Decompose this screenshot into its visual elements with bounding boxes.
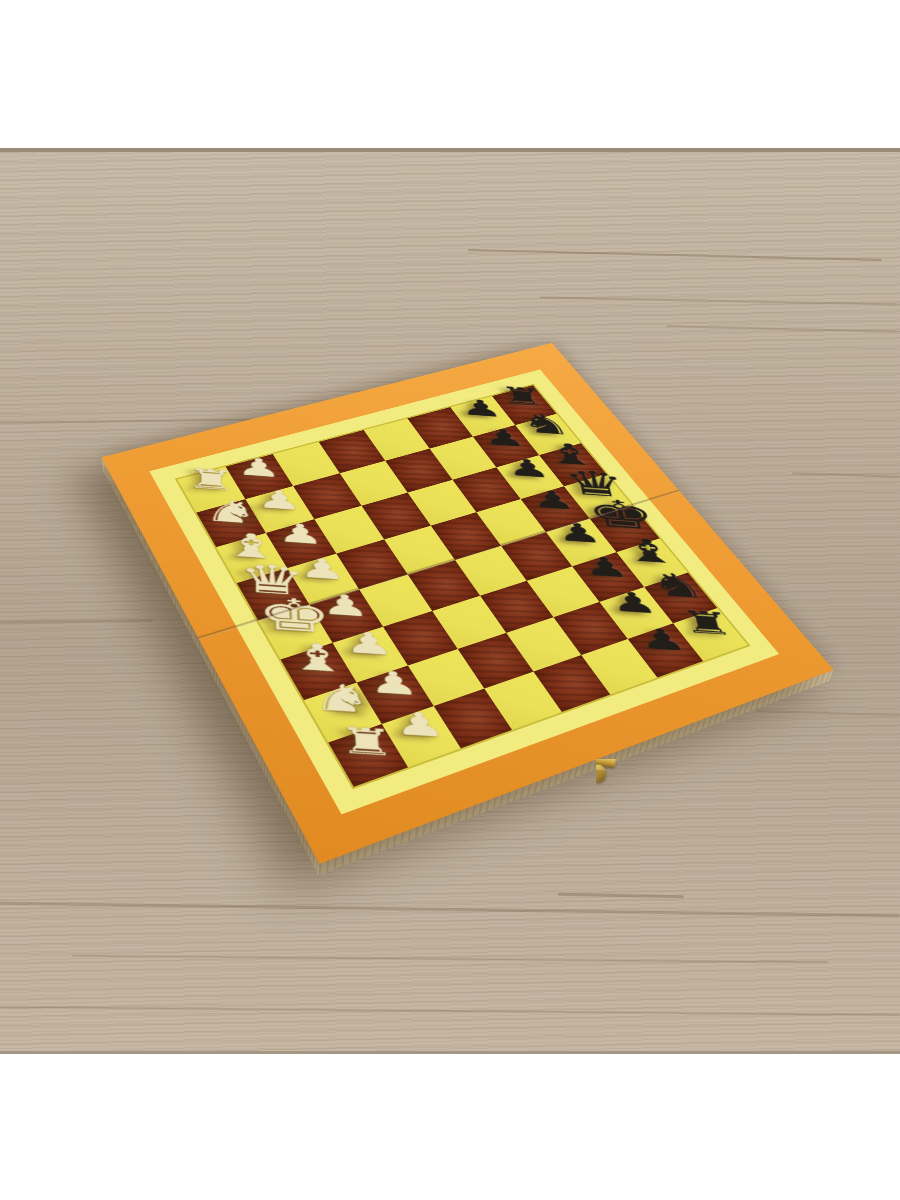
- square-g1: ♞: [304, 683, 382, 743]
- square-h3: [434, 689, 512, 749]
- square-g6: [553, 602, 627, 655]
- table-surface: ♜♞♝♛♚♝♞♜♟♟♟♟♟♟♟♟♟♟♟♟♟♟♟♟♜♞♝♛♚♝♞♜: [0, 148, 900, 1054]
- square-e1: ♚: [258, 605, 332, 660]
- square-h5: [533, 655, 610, 712]
- square-h2: ♟: [382, 706, 461, 767]
- chess-board: ♜♞♝♛♚♝♞♜♟♟♟♟♟♟♟♟♟♟♟♟♟♟♟♟♜♞♝♛♚♝♞♜: [101, 343, 833, 864]
- product-photo: ♜♞♝♛♚♝♞♜♟♟♟♟♟♟♟♟♟♟♟♟♟♟♟♟♜♞♝♛♚♝♞♜: [0, 0, 900, 1200]
- square-f5: [480, 581, 553, 633]
- square-d1: ♛: [237, 568, 310, 620]
- square-f3: [383, 611, 458, 666]
- square-f2: ♟: [333, 627, 408, 683]
- square-h1: ♜: [328, 724, 408, 787]
- square-h6: [581, 639, 657, 695]
- square-h8: ♜: [673, 608, 748, 661]
- square-g5: [506, 617, 581, 671]
- square-g7: ♟: [599, 587, 673, 639]
- square-h7: ♟: [628, 623, 703, 677]
- square-e3: [359, 575, 432, 627]
- square-g4: [458, 633, 534, 689]
- square-g2: ♟: [357, 666, 434, 724]
- square-f4: [432, 596, 506, 649]
- board-scene: ♜♞♝♛♚♝♞♜♟♟♟♟♟♟♟♟♟♟♟♟♟♟♟♟♜♞♝♛♚♝♞♜: [0, 152, 900, 1058]
- board-border: ♜♞♝♛♚♝♞♜♟♟♟♟♟♟♟♟♟♟♟♟♟♟♟♟♜♞♝♛♚♝♞♜: [101, 343, 833, 864]
- square-h4: [484, 672, 562, 730]
- square-e4: [408, 560, 480, 611]
- square-g3: [408, 649, 484, 706]
- square-e2: ♟: [309, 589, 383, 642]
- square-f1: ♝: [281, 643, 357, 700]
